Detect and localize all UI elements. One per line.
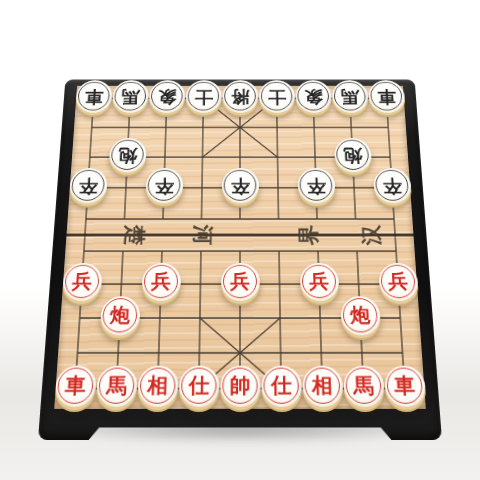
piece-red-elephant[interactable]: 相 bbox=[302, 365, 343, 406]
piece-black-chariot[interactable]: 車 bbox=[368, 80, 406, 113]
piece-red-general[interactable]: 帥 bbox=[220, 365, 260, 406]
piece-glyph: 仕 bbox=[188, 375, 209, 396]
piece-glyph: 仕 bbox=[271, 375, 292, 396]
piece-red-horse[interactable]: 馬 bbox=[343, 365, 385, 406]
piece-red-soldier[interactable]: 兵 bbox=[141, 263, 181, 301]
piece-glyph: 帥 bbox=[230, 375, 251, 396]
piece-black-horse[interactable]: 馬 bbox=[331, 80, 368, 113]
piece-glyph: 車 bbox=[377, 88, 396, 105]
piece-glyph: 卒 bbox=[230, 176, 249, 194]
board-surface: 楚河汉界 車馬象士將士象馬車炮炮卒卒卒卒卒兵兵兵兵兵炮炮車馬相仕帥仕相馬車 bbox=[54, 86, 426, 409]
piece-glyph: 炮 bbox=[109, 305, 130, 325]
piece-red-horse[interactable]: 馬 bbox=[95, 365, 137, 406]
piece-glyph: 卒 bbox=[306, 176, 326, 194]
piece-black-general[interactable]: 將 bbox=[222, 80, 258, 113]
piece-glyph: 卒 bbox=[78, 176, 98, 194]
piece-glyph: 士 bbox=[267, 88, 286, 105]
piece-glyph: 象 bbox=[157, 88, 176, 105]
piece-glyph: 兵 bbox=[309, 271, 329, 290]
piece-glyph: 車 bbox=[84, 88, 103, 105]
product-photo-scene: 楚河汉界 車馬象士將士象馬車炮炮卒卒卒卒卒兵兵兵兵兵炮炮車馬相仕帥仕相馬車 bbox=[0, 0, 480, 480]
piece-glyph: 卒 bbox=[154, 176, 174, 194]
piece-glyph: 馬 bbox=[121, 88, 140, 105]
piece-red-elephant[interactable]: 相 bbox=[137, 365, 178, 406]
piece-glyph: 馬 bbox=[106, 375, 128, 396]
piece-glyph: 相 bbox=[312, 375, 333, 396]
piece-black-advisor[interactable]: 士 bbox=[185, 80, 221, 113]
piece-glyph: 卒 bbox=[382, 176, 402, 194]
piece-black-advisor[interactable]: 士 bbox=[259, 80, 295, 113]
piece-black-horse[interactable]: 馬 bbox=[112, 80, 149, 113]
piece-black-soldier[interactable]: 卒 bbox=[145, 168, 183, 203]
piece-glyph: 車 bbox=[394, 375, 416, 396]
piece-red-soldier[interactable]: 兵 bbox=[299, 263, 339, 301]
piece-black-chariot[interactable]: 車 bbox=[75, 80, 113, 113]
piece-black-cannon[interactable]: 炮 bbox=[108, 138, 146, 172]
piece-black-soldier[interactable]: 卒 bbox=[221, 168, 258, 203]
piece-glyph: 兵 bbox=[230, 271, 250, 290]
board-frame: 楚河汉界 車馬象士將士象馬車炮炮卒卒卒卒卒兵兵兵兵兵炮炮車馬相仕帥仕相馬車 bbox=[38, 79, 442, 440]
piece-red-cannon[interactable]: 炮 bbox=[99, 296, 140, 335]
piece-glyph: 兵 bbox=[151, 271, 171, 290]
pieces-layer: 車馬象士將士象馬車炮炮卒卒卒卒卒兵兵兵兵兵炮炮車馬相仕帥仕相馬車 bbox=[53, 84, 426, 407]
piece-glyph: 相 bbox=[147, 375, 168, 396]
piece-red-soldier[interactable]: 兵 bbox=[221, 263, 260, 301]
piece-red-cannon[interactable]: 炮 bbox=[340, 296, 381, 335]
piece-red-advisor[interactable]: 仕 bbox=[261, 365, 302, 406]
piece-glyph: 將 bbox=[231, 88, 249, 105]
piece-black-elephant[interactable]: 象 bbox=[295, 80, 332, 113]
board-perspective-wrapper: 楚河汉界 車馬象士將士象馬車炮炮卒卒卒卒卒兵兵兵兵兵炮炮車馬相仕帥仕相馬車 bbox=[38, 79, 442, 440]
piece-glyph: 士 bbox=[194, 88, 213, 105]
piece-glyph: 炮 bbox=[118, 146, 138, 164]
piece-red-chariot[interactable]: 車 bbox=[54, 365, 97, 406]
piece-black-soldier[interactable]: 卒 bbox=[297, 168, 335, 203]
piece-glyph: 炮 bbox=[343, 146, 363, 164]
piece-glyph: 兵 bbox=[388, 271, 409, 290]
piece-glyph: 炮 bbox=[350, 305, 371, 325]
piece-red-advisor[interactable]: 仕 bbox=[178, 365, 219, 406]
piece-glyph: 車 bbox=[64, 375, 86, 396]
piece-black-cannon[interactable]: 炮 bbox=[334, 138, 372, 172]
piece-black-elephant[interactable]: 象 bbox=[148, 80, 185, 113]
piece-glyph: 象 bbox=[304, 88, 323, 105]
piece-glyph: 兵 bbox=[72, 271, 93, 290]
piece-glyph: 馬 bbox=[340, 88, 359, 105]
piece-red-soldier[interactable]: 兵 bbox=[378, 263, 419, 301]
piece-red-soldier[interactable]: 兵 bbox=[61, 263, 102, 301]
piece-black-soldier[interactable]: 卒 bbox=[372, 168, 411, 203]
piece-black-soldier[interactable]: 卒 bbox=[68, 168, 107, 203]
piece-glyph: 馬 bbox=[353, 375, 375, 396]
piece-red-chariot[interactable]: 車 bbox=[383, 365, 426, 406]
